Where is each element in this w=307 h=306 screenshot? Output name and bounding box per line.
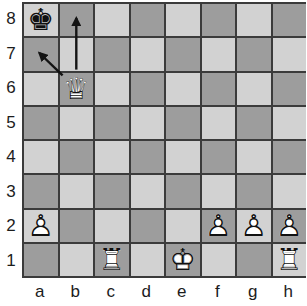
white-pawn-a2: ♟♙	[24, 210, 58, 242]
square-f2[interactable]: ♟♙	[202, 210, 236, 242]
rank-labels: 87654321	[0, 2, 22, 278]
square-g1[interactable]	[237, 244, 271, 276]
rank-label-2: 2	[0, 209, 22, 244]
square-c3[interactable]	[95, 175, 129, 207]
square-a1[interactable]	[24, 244, 58, 276]
square-h5[interactable]	[273, 107, 307, 139]
square-c2[interactable]	[95, 210, 129, 242]
square-f4[interactable]	[202, 141, 236, 173]
file-label-h: h	[271, 278, 307, 306]
piece-fill-glyph: ♚	[24, 4, 58, 36]
square-g2[interactable]: ♟♙	[237, 210, 271, 242]
rank-label-5: 5	[0, 106, 22, 141]
square-b7[interactable]	[60, 38, 94, 70]
black-king-a8: ♚	[24, 4, 58, 36]
rank-label-1: 1	[0, 244, 22, 279]
square-h2[interactable]: ♟♙	[273, 210, 307, 242]
square-c5[interactable]	[95, 107, 129, 139]
white-pawn-h2: ♟♙	[273, 210, 307, 242]
square-b8[interactable]	[60, 4, 94, 36]
square-b4[interactable]	[60, 141, 94, 173]
square-f6[interactable]	[202, 73, 236, 105]
chess-diagram: 87654321 ♚♛♕♟♙♟♙♟♙♟♙♜♖♚♔♜♖ abcdefgh	[0, 0, 306, 306]
square-a3[interactable]	[24, 175, 58, 207]
white-pawn-f2: ♟♙	[202, 210, 236, 242]
piece-outline-glyph: ♖	[95, 244, 129, 276]
square-e1[interactable]: ♚♔	[166, 244, 200, 276]
square-c7[interactable]	[95, 38, 129, 70]
square-h7[interactable]	[273, 38, 307, 70]
file-label-g: g	[235, 278, 271, 306]
white-rook-c1: ♜♖	[95, 244, 129, 276]
square-f5[interactable]	[202, 107, 236, 139]
square-c4[interactable]	[95, 141, 129, 173]
square-g7[interactable]	[237, 38, 271, 70]
square-c6[interactable]	[95, 73, 129, 105]
file-label-d: d	[129, 278, 165, 306]
square-b3[interactable]	[60, 175, 94, 207]
square-b2[interactable]	[60, 210, 94, 242]
square-g4[interactable]	[237, 141, 271, 173]
square-a2[interactable]: ♟♙	[24, 210, 58, 242]
square-a6[interactable]	[24, 73, 58, 105]
white-rook-h1: ♜♖	[273, 244, 307, 276]
square-a4[interactable]	[24, 141, 58, 173]
square-e4[interactable]	[166, 141, 200, 173]
square-f8[interactable]	[202, 4, 236, 36]
square-b6[interactable]: ♛♕	[60, 73, 94, 105]
piece-outline-glyph: ♙	[24, 210, 58, 242]
file-label-b: b	[58, 278, 94, 306]
file-label-f: f	[200, 278, 236, 306]
square-g8[interactable]	[237, 4, 271, 36]
rank-label-8: 8	[0, 2, 22, 37]
square-a7[interactable]	[24, 38, 58, 70]
square-h3[interactable]	[273, 175, 307, 207]
square-d6[interactable]	[131, 73, 165, 105]
white-pawn-g2: ♟♙	[237, 210, 271, 242]
square-d4[interactable]	[131, 141, 165, 173]
square-h8[interactable]	[273, 4, 307, 36]
square-e6[interactable]	[166, 73, 200, 105]
square-f3[interactable]	[202, 175, 236, 207]
square-e2[interactable]	[166, 210, 200, 242]
square-g5[interactable]	[237, 107, 271, 139]
piece-outline-glyph: ♔	[166, 244, 200, 276]
square-e3[interactable]	[166, 175, 200, 207]
piece-outline-glyph: ♙	[202, 210, 236, 242]
file-label-c: c	[93, 278, 129, 306]
rank-label-6: 6	[0, 71, 22, 106]
square-h1[interactable]: ♜♖	[273, 244, 307, 276]
square-c8[interactable]	[95, 4, 129, 36]
square-b1[interactable]	[60, 244, 94, 276]
square-d5[interactable]	[131, 107, 165, 139]
square-e7[interactable]	[166, 38, 200, 70]
file-label-e: e	[164, 278, 200, 306]
square-f7[interactable]	[202, 38, 236, 70]
file-label-a: a	[22, 278, 58, 306]
rank-label-7: 7	[0, 37, 22, 72]
square-c1[interactable]: ♜♖	[95, 244, 129, 276]
square-a5[interactable]	[24, 107, 58, 139]
square-a8[interactable]: ♚	[24, 4, 58, 36]
white-queen-b6: ♛♕	[60, 73, 94, 105]
file-labels: abcdefgh	[22, 278, 306, 306]
square-d7[interactable]	[131, 38, 165, 70]
piece-outline-glyph: ♙	[237, 210, 271, 242]
square-e5[interactable]	[166, 107, 200, 139]
square-f1[interactable]	[202, 244, 236, 276]
piece-outline-glyph: ♕	[60, 73, 94, 105]
square-e8[interactable]	[166, 4, 200, 36]
square-h6[interactable]	[273, 73, 307, 105]
square-d1[interactable]	[131, 244, 165, 276]
square-g6[interactable]	[237, 73, 271, 105]
square-b5[interactable]	[60, 107, 94, 139]
square-d8[interactable]	[131, 4, 165, 36]
square-d3[interactable]	[131, 175, 165, 207]
square-d2[interactable]	[131, 210, 165, 242]
piece-outline-glyph: ♖	[273, 244, 307, 276]
white-king-e1: ♚♔	[166, 244, 200, 276]
square-g3[interactable]	[237, 175, 271, 207]
rank-label-3: 3	[0, 175, 22, 210]
square-h4[interactable]	[273, 141, 307, 173]
rank-label-4: 4	[0, 140, 22, 175]
chess-board: ♚♛♕♟♙♟♙♟♙♟♙♜♖♚♔♜♖	[22, 2, 306, 278]
piece-outline-glyph: ♙	[273, 210, 307, 242]
